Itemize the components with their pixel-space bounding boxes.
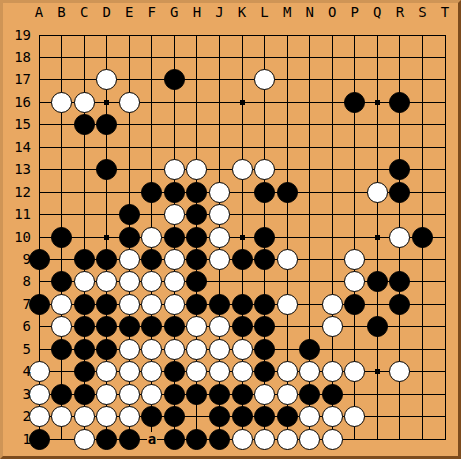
white-stone[interactable] (367, 182, 388, 203)
white-stone[interactable] (254, 159, 275, 180)
white-stone[interactable] (119, 92, 140, 113)
column-label: P (344, 5, 365, 20)
row-label: 11 (5, 207, 31, 222)
white-stone[interactable] (119, 249, 140, 270)
black-stone[interactable] (186, 271, 207, 292)
column-label: L (254, 5, 275, 20)
grid-horizontal-line (39, 214, 446, 215)
star-point (240, 235, 245, 240)
black-stone[interactable] (254, 294, 275, 315)
white-stone[interactable] (254, 384, 275, 405)
white-stone[interactable] (232, 339, 253, 360)
row-label: 3 (5, 387, 31, 402)
white-stone[interactable] (254, 69, 275, 90)
black-stone[interactable] (96, 429, 117, 450)
column-label: N (299, 5, 320, 20)
white-stone[interactable] (322, 406, 343, 427)
black-stone[interactable] (209, 429, 230, 450)
black-stone[interactable] (232, 406, 253, 427)
white-stone[interactable] (51, 406, 72, 427)
white-stone[interactable] (344, 271, 365, 292)
black-stone[interactable] (29, 249, 50, 270)
black-stone[interactable] (254, 249, 275, 270)
black-stone[interactable] (74, 361, 95, 382)
column-label: G (164, 5, 185, 20)
column-label: F (141, 5, 162, 20)
black-stone[interactable] (74, 249, 95, 270)
black-stone[interactable] (209, 294, 230, 315)
black-stone[interactable] (96, 294, 117, 315)
white-stone[interactable] (389, 227, 410, 248)
black-stone[interactable] (367, 316, 388, 337)
black-stone[interactable] (254, 182, 275, 203)
column-label: C (74, 5, 95, 20)
white-stone[interactable] (209, 316, 230, 337)
black-stone[interactable] (141, 249, 162, 270)
black-stone[interactable] (119, 204, 140, 225)
row-label: 8 (5, 274, 31, 289)
white-stone[interactable] (254, 429, 275, 450)
white-stone[interactable] (141, 361, 162, 382)
black-stone[interactable] (254, 316, 275, 337)
white-stone[interactable] (232, 361, 253, 382)
black-stone[interactable] (254, 227, 275, 248)
white-stone[interactable] (51, 92, 72, 113)
column-label: H (186, 5, 207, 20)
white-stone[interactable] (74, 406, 95, 427)
column-label: Q (367, 5, 388, 20)
white-stone[interactable] (232, 429, 253, 450)
black-stone[interactable] (74, 384, 95, 405)
white-stone[interactable] (141, 271, 162, 292)
column-label: E (119, 5, 140, 20)
white-stone[interactable] (141, 294, 162, 315)
row-label: 6 (5, 319, 31, 334)
column-label: T (435, 5, 456, 20)
white-stone[interactable] (344, 361, 365, 382)
black-stone[interactable] (186, 294, 207, 315)
white-stone[interactable] (96, 384, 117, 405)
black-stone[interactable] (232, 316, 253, 337)
black-stone[interactable] (164, 361, 185, 382)
white-stone[interactable] (51, 316, 72, 337)
white-stone[interactable] (277, 294, 298, 315)
black-stone[interactable] (232, 294, 253, 315)
black-stone[interactable] (96, 249, 117, 270)
white-stone[interactable] (299, 406, 320, 427)
white-stone[interactable] (141, 339, 162, 360)
star-point (375, 100, 380, 105)
column-label: S (412, 5, 433, 20)
black-stone[interactable] (209, 384, 230, 405)
white-stone[interactable] (29, 361, 50, 382)
white-stone[interactable] (209, 339, 230, 360)
white-stone[interactable] (96, 406, 117, 427)
black-stone[interactable] (367, 271, 388, 292)
black-stone[interactable] (299, 384, 320, 405)
column-label: M (277, 5, 298, 20)
white-stone[interactable] (186, 159, 207, 180)
column-label: R (389, 5, 410, 20)
white-stone[interactable] (344, 249, 365, 270)
white-stone[interactable] (209, 182, 230, 203)
black-stone[interactable] (164, 406, 185, 427)
row-label: 4 (5, 364, 31, 379)
black-stone[interactable] (164, 69, 185, 90)
white-stone[interactable] (119, 339, 140, 360)
column-label: B (51, 5, 72, 20)
point-annotation[interactable]: a (147, 432, 157, 446)
black-stone[interactable] (186, 182, 207, 203)
black-stone[interactable] (51, 227, 72, 248)
column-label: K (232, 5, 253, 20)
white-stone[interactable] (96, 69, 117, 90)
white-stone[interactable] (277, 384, 298, 405)
black-stone[interactable] (51, 384, 72, 405)
white-stone[interactable] (232, 159, 253, 180)
grid-horizontal-line (39, 147, 446, 148)
white-stone[interactable] (164, 204, 185, 225)
black-stone[interactable] (141, 182, 162, 203)
black-stone[interactable] (29, 294, 50, 315)
star-point (375, 369, 380, 374)
grid-vertical-line (445, 35, 446, 440)
white-stone[interactable] (277, 429, 298, 450)
black-stone[interactable] (254, 361, 275, 382)
go-board-app: ABCDEFGHJKLMNOPQRST191817161514131211109… (0, 0, 461, 459)
white-stone[interactable] (119, 406, 140, 427)
black-stone[interactable] (74, 339, 95, 360)
black-stone[interactable] (74, 294, 95, 315)
black-stone[interactable] (232, 249, 253, 270)
black-stone[interactable] (119, 227, 140, 248)
row-label: 10 (5, 230, 31, 245)
row-label: 2 (5, 409, 31, 424)
white-stone[interactable] (119, 294, 140, 315)
black-stone[interactable] (344, 294, 365, 315)
black-stone[interactable] (96, 316, 117, 337)
white-stone[interactable] (96, 361, 117, 382)
white-stone[interactable] (322, 429, 343, 450)
black-stone[interactable] (412, 227, 433, 248)
row-label: 18 (5, 50, 31, 65)
white-stone[interactable] (74, 92, 95, 113)
white-stone[interactable] (119, 361, 140, 382)
white-stone[interactable] (344, 406, 365, 427)
row-label: 1 (5, 432, 31, 447)
black-stone[interactable] (186, 384, 207, 405)
black-stone[interactable] (74, 316, 95, 337)
black-stone[interactable] (119, 316, 140, 337)
black-stone[interactable] (96, 339, 117, 360)
black-stone[interactable] (277, 182, 298, 203)
grid-horizontal-line (39, 35, 446, 36)
white-stone[interactable] (74, 271, 95, 292)
white-stone[interactable] (164, 271, 185, 292)
black-stone[interactable] (389, 294, 410, 315)
black-stone[interactable] (141, 316, 162, 337)
row-label: 7 (5, 297, 31, 312)
white-stone[interactable] (51, 294, 72, 315)
black-stone[interactable] (186, 227, 207, 248)
white-stone[interactable] (389, 361, 410, 382)
star-point (375, 235, 380, 240)
black-stone[interactable] (209, 406, 230, 427)
black-stone[interactable] (186, 249, 207, 270)
row-label: 5 (5, 342, 31, 357)
black-stone[interactable] (277, 406, 298, 427)
black-stone[interactable] (74, 114, 95, 135)
column-label: J (209, 5, 230, 20)
row-label: 15 (5, 117, 31, 132)
white-stone[interactable] (164, 249, 185, 270)
black-stone[interactable] (322, 384, 343, 405)
column-label: A (29, 5, 50, 20)
row-label: 19 (5, 28, 31, 43)
black-stone[interactable] (186, 429, 207, 450)
black-stone[interactable] (299, 339, 320, 360)
white-stone[interactable] (209, 361, 230, 382)
row-label: 16 (5, 95, 31, 110)
black-stone[interactable] (344, 92, 365, 113)
white-stone[interactable] (299, 429, 320, 450)
row-label: 12 (5, 185, 31, 200)
black-stone[interactable] (96, 114, 117, 135)
black-stone[interactable] (51, 339, 72, 360)
white-stone[interactable] (322, 294, 343, 315)
white-stone[interactable] (186, 316, 207, 337)
black-stone[interactable] (51, 271, 72, 292)
black-stone[interactable] (164, 384, 185, 405)
white-stone[interactable] (141, 227, 162, 248)
black-stone[interactable] (164, 182, 185, 203)
white-stone[interactable] (74, 429, 95, 450)
row-label: 17 (5, 72, 31, 87)
column-label: D (96, 5, 117, 20)
white-stone[interactable] (209, 204, 230, 225)
white-stone[interactable] (29, 384, 50, 405)
black-stone[interactable] (389, 271, 410, 292)
black-stone[interactable] (164, 316, 185, 337)
row-label: 13 (5, 162, 31, 177)
black-stone[interactable] (254, 406, 275, 427)
white-stone[interactable] (164, 339, 185, 360)
black-stone[interactable] (119, 429, 140, 450)
star-point (104, 100, 109, 105)
white-stone[interactable] (141, 384, 162, 405)
black-stone[interactable] (254, 339, 275, 360)
black-stone[interactable] (96, 159, 117, 180)
white-stone[interactable] (322, 361, 343, 382)
white-stone[interactable] (119, 384, 140, 405)
row-label: 14 (5, 140, 31, 155)
white-stone[interactable] (186, 339, 207, 360)
black-stone[interactable] (186, 204, 207, 225)
white-stone[interactable] (209, 227, 230, 248)
white-stone[interactable] (299, 361, 320, 382)
grid-horizontal-line (39, 57, 446, 58)
black-stone[interactable] (141, 406, 162, 427)
white-stone[interactable] (164, 159, 185, 180)
black-stone[interactable] (29, 429, 50, 450)
white-stone[interactable] (277, 361, 298, 382)
white-stone[interactable] (164, 294, 185, 315)
black-stone[interactable] (389, 159, 410, 180)
black-stone[interactable] (232, 384, 253, 405)
black-stone[interactable] (164, 429, 185, 450)
star-point (240, 100, 245, 105)
white-stone[interactable] (186, 361, 207, 382)
row-label: 9 (5, 252, 31, 267)
white-stone[interactable] (29, 406, 50, 427)
column-label: O (322, 5, 343, 20)
black-stone[interactable] (164, 227, 185, 248)
black-stone[interactable] (389, 182, 410, 203)
black-stone[interactable] (389, 92, 410, 113)
white-stone[interactable] (96, 271, 117, 292)
star-point (104, 235, 109, 240)
white-stone[interactable] (119, 271, 140, 292)
white-stone[interactable] (209, 249, 230, 270)
white-stone[interactable] (277, 249, 298, 270)
white-stone[interactable] (322, 316, 343, 337)
